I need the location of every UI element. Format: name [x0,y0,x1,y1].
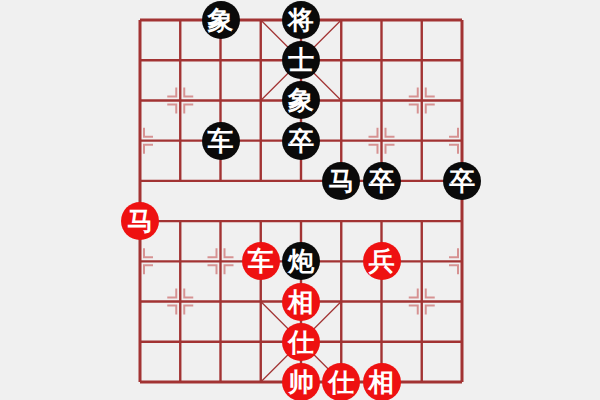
xiangqi-screen: 象将士象车卒马卒卒炮马车兵相仕帅仕相 [0,0,600,400]
red-soldier-piece[interactable]: 兵 [363,242,401,280]
red-chariot-piece[interactable]: 车 [242,242,280,280]
black-general-piece[interactable]: 将 [282,1,320,39]
black-chariot-piece[interactable]: 车 [202,122,240,160]
black-soldier-piece[interactable]: 卒 [282,122,320,160]
black-horse-piece[interactable]: 马 [322,162,360,200]
red-horse-piece[interactable]: 马 [121,202,159,240]
red-advisor-piece[interactable]: 仕 [282,323,320,361]
black-elephant-piece[interactable]: 象 [282,81,320,119]
black-cannon-piece[interactable]: 炮 [282,242,320,280]
black-elephant-piece[interactable]: 象 [202,1,240,39]
black-advisor-piece[interactable]: 士 [282,41,320,79]
black-soldier-piece[interactable]: 卒 [443,162,481,200]
red-elephant-piece[interactable]: 相 [282,283,320,321]
red-general-piece[interactable]: 帅 [282,363,320,400]
red-elephant-piece[interactable]: 相 [363,363,401,400]
xiangqi-board[interactable]: 象将士象车卒马卒卒炮马车兵相仕帅仕相 [120,0,482,400]
black-soldier-piece[interactable]: 卒 [363,162,401,200]
red-advisor-piece[interactable]: 仕 [322,363,360,400]
